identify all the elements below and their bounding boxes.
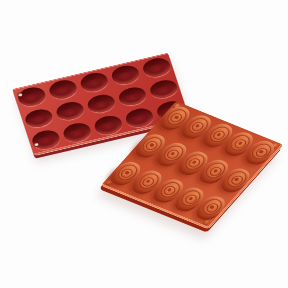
rose-cavity: [92, 114, 124, 137]
rose-cavity: [85, 92, 117, 115]
rose-cavity: [116, 85, 148, 108]
rose-cavity: [147, 78, 179, 101]
rose-cavity: [78, 71, 110, 94]
rose-cavity: [109, 64, 141, 87]
cavity-floor: [61, 107, 78, 118]
cavity-floor: [86, 78, 103, 89]
rose-cavity: [123, 106, 155, 129]
cavity-floor: [37, 135, 54, 146]
cavity-floor: [23, 93, 40, 104]
rose-cavity: [29, 128, 61, 151]
cavity-floor: [117, 71, 134, 82]
cavity-floor: [68, 128, 85, 139]
cavity-floor: [54, 85, 71, 96]
cavity-floor: [131, 113, 148, 124]
cavity-floor: [100, 121, 117, 132]
rose-cavity: [16, 86, 48, 109]
rose-cavity: [22, 107, 54, 130]
cavity-floor: [124, 92, 141, 103]
cavity-floor: [155, 85, 172, 96]
cavity-floor: [148, 63, 165, 74]
rose-cavity: [140, 56, 172, 79]
rose-cavity: [54, 100, 86, 123]
cavity-floor: [30, 114, 47, 125]
rose-cavity: [61, 121, 93, 144]
cavity-floor: [93, 99, 110, 110]
rose-cavity: [47, 78, 79, 101]
product-photo: [0, 0, 288, 288]
